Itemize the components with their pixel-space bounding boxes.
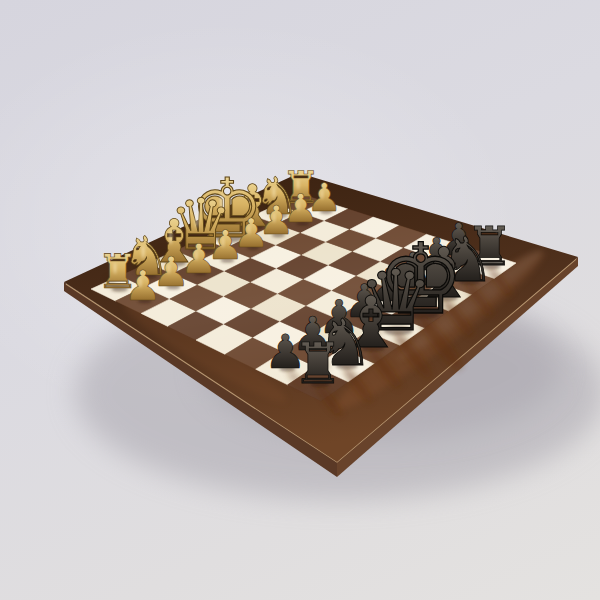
brass-glint bbox=[321, 190, 323, 199]
chess-board: ♜♟♞♟♝♟♚♟♛♟♟♝♜♟♟♞♞♟♟♜♝♟♟♚♟♛♟♝♟♞♟♜ bbox=[0, 0, 600, 600]
white-pawn-a2: ♟ bbox=[124, 261, 161, 310]
brass-glint bbox=[139, 278, 141, 288]
brass-glint bbox=[168, 264, 170, 274]
brass-glint bbox=[142, 246, 145, 259]
brass-glint bbox=[114, 263, 117, 274]
chess-product-photo: ♜♟♞♟♝♟♚♟♛♟♟♝♜♟♟♞♞♟♟♜♝♟♟♚♟♛♟♝♟♞♟♜ bbox=[0, 0, 600, 600]
brass-glint bbox=[273, 213, 275, 223]
brass-glint bbox=[222, 238, 224, 248]
brass-glint bbox=[195, 251, 197, 261]
brass-glint bbox=[297, 201, 299, 210]
brass-glint bbox=[248, 225, 250, 235]
black-rook-a8: ♜ bbox=[293, 331, 344, 396]
